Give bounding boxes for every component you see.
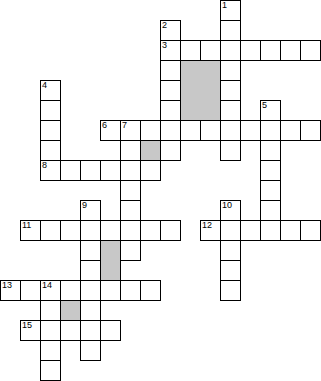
grid-cell-c3r14[interactable]	[60, 280, 81, 301]
grid-cell-c4r13[interactable]	[80, 260, 101, 281]
grid-cell-c11r5[interactable]	[220, 100, 241, 121]
grid-cell-c10r11[interactable]	[200, 220, 221, 241]
grid-cell-c4r8[interactable]	[80, 160, 101, 181]
grid-cell-c8r1[interactable]	[160, 20, 181, 41]
grid-cell-c13r10[interactable]	[260, 200, 281, 221]
grid-cell-c9r6[interactable]	[180, 120, 201, 141]
grid-cell-c15r11[interactable]	[300, 220, 321, 241]
grid-cell-c2r6[interactable]	[40, 120, 61, 141]
grid-cell-c5r11[interactable]	[100, 220, 121, 241]
grid-cell-c8r4[interactable]	[160, 80, 181, 101]
grid-cell-c3r11[interactable]	[60, 220, 81, 241]
grid-cell-c11r0[interactable]	[220, 0, 241, 21]
grid-cell-c4r12[interactable]	[80, 240, 101, 261]
grid-cell-c3r16[interactable]	[60, 320, 81, 341]
grid-cell-c11r3[interactable]	[220, 60, 241, 81]
grid-cell-c7r11[interactable]	[140, 220, 161, 241]
grid-cell-c13r7[interactable]	[260, 140, 281, 161]
grid-cell-c10r6[interactable]	[200, 120, 221, 141]
grid-cell-c2r8[interactable]	[40, 160, 61, 181]
grid-cell-c11r1[interactable]	[220, 20, 241, 41]
grid-cell-c2r16[interactable]	[40, 320, 61, 341]
grid-cell-c11r10[interactable]	[220, 200, 241, 221]
grid-cell-c11r12[interactable]	[220, 240, 241, 261]
grid-cell-c14r2[interactable]	[280, 40, 301, 61]
grid-cell-c3r8[interactable]	[60, 160, 81, 181]
grid-cell-c4r16[interactable]	[80, 320, 101, 341]
grid-cell-c14r6[interactable]	[280, 120, 301, 141]
grid-cell-c6r6[interactable]	[120, 120, 141, 141]
grid-cell-c6r10[interactable]	[120, 200, 141, 221]
grid-cell-c7r8[interactable]	[140, 160, 161, 181]
grid-cell-c8r11[interactable]	[160, 220, 181, 241]
grid-cell-c12r6[interactable]	[240, 120, 261, 141]
grid-cell-c8r6[interactable]	[160, 120, 181, 141]
grid-cell-c2r11[interactable]	[40, 220, 61, 241]
grid-cell-c13r6[interactable]	[260, 120, 281, 141]
grid-cell-c13r5[interactable]	[260, 100, 281, 121]
grid-cell-c8r2[interactable]	[160, 40, 181, 61]
crossword-board: 123456789101112131415	[0, 0, 321, 381]
grid-cell-c4r11[interactable]	[80, 220, 101, 241]
grid-cell-c8r5[interactable]	[160, 100, 181, 121]
grid-cell-c13r8[interactable]	[260, 160, 281, 181]
crossword-grid: 123456789101112131415	[0, 0, 321, 381]
grid-cell-c11r2[interactable]	[220, 40, 241, 61]
grid-cell-c1r11[interactable]	[20, 220, 41, 241]
grid-cell-c8r3[interactable]	[160, 60, 181, 81]
grid-cell-c6r7[interactable]	[120, 140, 141, 161]
grid-cell-c4r14[interactable]	[80, 280, 101, 301]
grid-cell-c11r13[interactable]	[220, 260, 241, 281]
grid-cell-c13r9[interactable]	[260, 180, 281, 201]
shaded-cell-block	[60, 300, 81, 321]
grid-cell-c15r2[interactable]	[300, 40, 321, 61]
grid-cell-c2r15[interactable]	[40, 300, 61, 321]
grid-cell-c11r6[interactable]	[220, 120, 241, 141]
grid-cell-c2r14[interactable]	[40, 280, 61, 301]
grid-cell-c2r17[interactable]	[40, 340, 61, 361]
grid-cell-c11r11[interactable]	[220, 220, 241, 241]
grid-cell-c12r11[interactable]	[240, 220, 261, 241]
grid-cell-c13r11[interactable]	[260, 220, 281, 241]
grid-cell-c15r6[interactable]	[300, 120, 321, 141]
grid-cell-c14r11[interactable]	[280, 220, 301, 241]
grid-cell-c4r17[interactable]	[80, 340, 101, 361]
grid-cell-c7r6[interactable]	[140, 120, 161, 141]
grid-cell-c6r12[interactable]	[120, 240, 141, 261]
grid-cell-c8r7[interactable]	[160, 140, 181, 161]
grid-cell-c7r14[interactable]	[140, 280, 161, 301]
grid-cell-c4r15[interactable]	[80, 300, 101, 321]
shaded-cell-block	[180, 60, 221, 121]
grid-cell-c1r16[interactable]	[20, 320, 41, 341]
grid-cell-c10r2[interactable]	[200, 40, 221, 61]
grid-cell-c11r7[interactable]	[220, 140, 241, 161]
grid-cell-c2r4[interactable]	[40, 80, 61, 101]
grid-cell-c13r2[interactable]	[260, 40, 281, 61]
grid-cell-c5r6[interactable]	[100, 120, 121, 141]
grid-cell-c6r14[interactable]	[120, 280, 141, 301]
grid-cell-c9r2[interactable]	[180, 40, 201, 61]
grid-cell-c5r14[interactable]	[100, 280, 121, 301]
grid-cell-c11r14[interactable]	[220, 280, 241, 301]
grid-cell-c1r14[interactable]	[20, 280, 41, 301]
grid-cell-c0r14[interactable]	[0, 280, 21, 301]
grid-cell-c6r11[interactable]	[120, 220, 141, 241]
grid-cell-c4r10[interactable]	[80, 200, 101, 221]
grid-cell-c5r16[interactable]	[100, 320, 121, 341]
grid-cell-c2r18[interactable]	[40, 360, 61, 381]
grid-cell-c12r2[interactable]	[240, 40, 261, 61]
shaded-cell-block	[140, 140, 161, 161]
grid-cell-c5r8[interactable]	[100, 160, 121, 181]
grid-cell-c2r7[interactable]	[40, 140, 61, 161]
grid-cell-c2r5[interactable]	[40, 100, 61, 121]
grid-cell-c11r4[interactable]	[220, 80, 241, 101]
grid-cell-c6r9[interactable]	[120, 180, 141, 201]
shaded-cell-block	[100, 240, 121, 281]
grid-cell-c6r8[interactable]	[120, 160, 141, 181]
